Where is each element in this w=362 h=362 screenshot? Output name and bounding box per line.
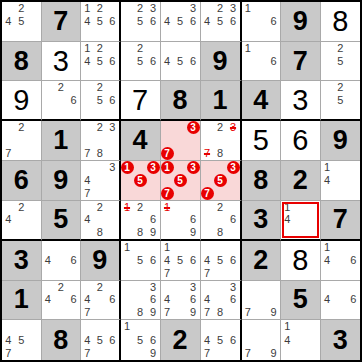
candidate-2: 2 — [15, 121, 28, 134]
candidate-5: 5 — [134, 15, 147, 28]
cell-r3c2[interactable]: 26 — [42, 81, 82, 121]
candidate-7: 7 — [242, 347, 255, 360]
candidate-5: 5 — [134, 55, 147, 68]
candidate-7: 7 — [201, 306, 214, 319]
circled-candidate-3: 3 — [147, 161, 160, 174]
candidate-1: 1 — [281, 320, 294, 333]
cell-r4c1[interactable]: 27 — [2, 121, 42, 161]
cell-r2c2[interactable]: 3 — [42, 42, 82, 82]
given-digit: 7 — [281, 42, 320, 81]
given-digit: 3 — [321, 320, 361, 360]
solved-digit: 5 — [242, 121, 281, 160]
cell-r1c4[interactable]: 2356 — [121, 2, 161, 42]
candidate-6: 6 — [147, 293, 160, 306]
candidate-1: 1 — [121, 241, 134, 254]
cell-r7c8[interactable]: 8 — [281, 241, 321, 281]
candidate-6: 6 — [227, 15, 240, 28]
candidate-2: 2 — [134, 2, 147, 15]
candidate-4: 4 — [81, 214, 94, 227]
cell-r8c3[interactable]: 2467 — [81, 281, 121, 321]
cell-r4c4[interactable]: 4 — [121, 121, 161, 161]
candidate-3: 3 — [187, 2, 200, 15]
given-digit: 9 — [321, 121, 361, 160]
candidate-6: 6 — [106, 293, 119, 306]
candidate-4: 4 — [161, 55, 174, 68]
cell-r1c6[interactable]: 23456 — [201, 2, 242, 42]
cell-r3c1[interactable]: 9 — [2, 81, 42, 121]
candidate-1: 1 — [81, 42, 94, 55]
cell-r2c1[interactable]: 8 — [2, 42, 42, 82]
cell-r7c1[interactable]: 3 — [2, 241, 42, 281]
candidate-9: 9 — [147, 347, 160, 360]
given-digit: 1 — [201, 81, 240, 119]
candidate-8: 8 — [134, 226, 147, 239]
cell-r2c6[interactable]: 9 — [201, 42, 242, 82]
circled-candidate-5: 5 — [174, 174, 187, 187]
candidate-4: 4 — [321, 254, 334, 267]
candidate-6: 6 — [106, 15, 119, 28]
candidate-3: 3 — [147, 2, 160, 15]
candidate-4: 4 — [81, 334, 94, 347]
candidate-1: 1 — [81, 2, 94, 15]
candidate-2: 2 — [214, 2, 227, 15]
candidate-5: 5 — [174, 254, 187, 267]
candidate-6: 6 — [67, 254, 80, 267]
cell-r6c2[interactable]: 5 — [42, 201, 82, 241]
cell-r4c7[interactable]: 5 — [242, 121, 282, 161]
candidate-4: 4 — [81, 15, 94, 28]
cell-r1c5[interactable]: 3456 — [161, 2, 201, 42]
cell-r5c3[interactable]: 347 — [81, 161, 121, 201]
given-digit: 8 — [161, 81, 200, 119]
cell-r6c4[interactable]: 12689 — [121, 201, 161, 241]
candidate-4: 4 — [2, 15, 15, 28]
given-digit: 5 — [42, 201, 81, 239]
cell-r4c8[interactable]: 6 — [281, 121, 321, 161]
cell-r9c7[interactable]: 79 — [242, 320, 282, 360]
candidate-2: 2 — [334, 42, 347, 55]
candidate-5: 5 — [94, 15, 107, 28]
eliminated-candidate-3: 3 — [227, 121, 240, 134]
given-digit: 4 — [242, 81, 281, 119]
candidate-5: 5 — [334, 94, 347, 107]
solved-digit: 6 — [281, 121, 320, 160]
candidate-3: 3 — [227, 2, 240, 15]
candidate-1: 1 — [121, 320, 134, 333]
cell-r3c3[interactable]: 256 — [81, 81, 121, 121]
candidate-6: 6 — [147, 15, 160, 28]
candidate-6: 6 — [106, 334, 119, 347]
cell-r9c9[interactable]: 3 — [321, 320, 361, 360]
candidate-5: 5 — [174, 55, 187, 68]
given-digit: 9 — [281, 2, 320, 41]
candidate-2: 2 — [134, 201, 147, 214]
candidate-5: 5 — [94, 55, 107, 68]
candidate-6: 6 — [67, 293, 80, 306]
eliminated-candidate-1: 1 — [121, 201, 134, 214]
candidate-7: 7 — [81, 187, 94, 200]
cell-r4c5[interactable]: 37 — [161, 121, 201, 161]
candidate-6: 6 — [187, 254, 200, 267]
candidate-6: 6 — [187, 55, 200, 68]
cell-r3c8[interactable]: 3 — [281, 81, 321, 121]
cell-r6c3[interactable]: 248 — [81, 201, 121, 241]
cell-r8c2[interactable]: 246 — [42, 281, 82, 321]
given-digit: 2 — [281, 161, 320, 200]
candidate-4: 4 — [81, 55, 94, 68]
cell-r1c7[interactable]: 16 — [242, 2, 282, 42]
circled-candidate-5: 5 — [134, 174, 147, 187]
given-digit: 2 — [242, 241, 281, 280]
circled-candidate-3: 3 — [187, 161, 200, 174]
candidate-4: 4 — [161, 254, 174, 267]
candidate-1: 1 — [242, 2, 255, 15]
circled-candidate-1: 1 — [121, 161, 134, 174]
candidate-9: 9 — [267, 306, 280, 319]
candidate-7: 7 — [161, 267, 174, 280]
candidate-2: 2 — [94, 121, 107, 134]
solved-digit: 3 — [42, 42, 81, 81]
candidate-2: 2 — [54, 81, 67, 94]
candidate-7: 7 — [201, 267, 214, 280]
candidate-4: 4 — [321, 293, 334, 306]
cell-r1c1[interactable]: 245 — [2, 2, 42, 42]
candidate-6: 6 — [147, 214, 160, 227]
circled-candidate-1: 1 — [161, 161, 174, 174]
cell-r3c9[interactable]: 25 — [321, 81, 361, 121]
given-digit: 9 — [81, 241, 119, 280]
cell-r6c8[interactable]: 14 — [281, 201, 321, 241]
candidate-6: 6 — [187, 214, 200, 227]
candidate-4: 4 — [2, 334, 15, 347]
candidate-1: 1 — [242, 42, 255, 55]
cell-r8c1[interactable]: 1 — [2, 281, 42, 321]
cell-r5c9[interactable]: 14 — [321, 161, 361, 201]
given-digit: 6 — [2, 161, 41, 200]
given-digit: 2 — [161, 320, 200, 360]
cell-r2c4[interactable]: 256 — [121, 42, 161, 82]
cell-r6c5[interactable]: 169 — [161, 201, 201, 241]
candidate-8: 8 — [214, 306, 227, 319]
cell-r1c3[interactable]: 12456 — [81, 2, 121, 42]
candidate-4: 4 — [42, 254, 55, 267]
candidate-4: 4 — [281, 214, 294, 227]
cell-r1c2[interactable]: 7 — [42, 2, 82, 42]
candidate-4: 4 — [201, 15, 214, 28]
cell-r2c8[interactable]: 7 — [281, 42, 321, 82]
candidate-5: 5 — [134, 334, 147, 347]
candidate-6: 6 — [267, 15, 280, 28]
cell-r3c4[interactable]: 7 — [121, 81, 161, 121]
candidate-8: 8 — [94, 226, 107, 239]
candidate-2: 2 — [94, 42, 107, 55]
candidate-8: 8 — [214, 226, 227, 239]
given-digit: 1 — [2, 281, 41, 320]
cell-r8c7[interactable]: 79 — [242, 281, 282, 321]
cell-r3c5[interactable]: 8 — [161, 81, 201, 121]
cell-r3c6[interactable]: 1 — [201, 81, 242, 121]
given-digit: 7 — [321, 201, 361, 239]
candidate-2: 2 — [94, 81, 107, 94]
candidate-1: 1 — [321, 241, 334, 254]
cell-r2c3[interactable]: 12456 — [81, 42, 121, 82]
candidate-4: 4 — [201, 293, 214, 306]
given-digit: 3 — [2, 241, 41, 280]
candidate-2: 2 — [54, 281, 67, 294]
cell-r9c4[interactable]: 1569 — [121, 320, 161, 360]
cell-r7c7[interactable]: 2 — [242, 241, 282, 281]
cell-r2c7[interactable]: 16 — [242, 42, 282, 82]
candidate-7: 7 — [81, 347, 94, 360]
candidate-6: 6 — [67, 94, 80, 107]
candidate-3: 3 — [106, 161, 119, 174]
candidate-9: 9 — [187, 306, 200, 319]
candidate-7: 7 — [2, 147, 15, 160]
given-digit: 7 — [42, 2, 81, 41]
candidate-7: 7 — [242, 306, 255, 319]
cell-r1c8[interactable]: 9 — [281, 2, 321, 42]
cell-r5c7[interactable]: 8 — [242, 161, 282, 201]
candidate-1: 1 — [161, 241, 174, 254]
given-digit: 9 — [42, 161, 81, 200]
cell-r6c1[interactable]: 24 — [2, 201, 42, 241]
candidate-7: 7 — [81, 306, 94, 319]
sudoku-board: 2457124562356345623456169883124562564569… — [0, 0, 362, 362]
cell-r8c8[interactable]: 5 — [281, 281, 321, 321]
given-digit: 3 — [242, 201, 281, 239]
cell-r6c9[interactable]: 7 — [321, 201, 361, 241]
cell-r9c3[interactable]: 4567 — [81, 320, 121, 360]
candidate-4: 4 — [81, 174, 94, 187]
cell-r9c8[interactable]: 14 — [281, 320, 321, 360]
cell-r2c5[interactable]: 456 — [161, 42, 201, 82]
cell-r6c6[interactable]: 268 — [201, 201, 242, 241]
cell-r3c7[interactable]: 4 — [242, 81, 282, 121]
cell-r7c3[interactable]: 9 — [81, 241, 121, 281]
candidate-9: 9 — [187, 226, 200, 239]
solved-digit: 9 — [2, 81, 41, 119]
candidate-3: 3 — [147, 281, 160, 294]
cell-r7c4[interactable]: 156 — [121, 241, 161, 281]
cell-r5c4[interactable]: 135 — [121, 161, 161, 201]
candidate-8: 8 — [214, 147, 227, 160]
candidate-5: 5 — [15, 15, 28, 28]
eliminated-candidate-7: 7 — [201, 147, 214, 160]
solved-digit: 7 — [121, 81, 160, 119]
cell-r5c1[interactable]: 6 — [2, 161, 42, 201]
given-digit: 9 — [201, 42, 240, 81]
candidate-4: 4 — [321, 174, 334, 187]
candidate-6: 6 — [227, 214, 240, 227]
candidate-4: 4 — [161, 293, 174, 306]
candidate-7: 7 — [2, 347, 15, 360]
solved-digit: 3 — [281, 81, 320, 119]
candidate-9: 9 — [147, 226, 160, 239]
given-digit: 4 — [121, 121, 160, 160]
candidate-2: 2 — [94, 201, 107, 214]
candidate-5: 5 — [214, 15, 227, 28]
candidate-4: 4 — [201, 254, 214, 267]
cell-r8c4[interactable]: 3689 — [121, 281, 161, 321]
candidate-5: 5 — [94, 334, 107, 347]
candidate-7: 7 — [81, 147, 94, 160]
candidate-7: 7 — [161, 306, 174, 319]
candidate-1: 1 — [321, 161, 334, 174]
eliminated-candidate-1: 1 — [161, 201, 174, 214]
given-digit: 5 — [281, 281, 320, 320]
candidate-7: 7 — [201, 347, 214, 360]
candidate-6: 6 — [187, 15, 200, 28]
cell-r5c6[interactable]: 357 — [201, 161, 242, 201]
circled-candidate-7: 7 — [201, 187, 214, 200]
candidate-1: 1 — [281, 201, 294, 214]
cell-r7c9[interactable]: 146 — [321, 241, 361, 281]
candidate-6: 6 — [106, 94, 119, 107]
cell-r4c9[interactable]: 9 — [321, 121, 361, 161]
candidate-6: 6 — [227, 293, 240, 306]
candidate-4: 4 — [81, 293, 94, 306]
candidate-6: 6 — [147, 334, 160, 347]
candidate-2: 2 — [94, 2, 107, 15]
given-digit: 8 — [2, 42, 41, 81]
cell-r2c9[interactable]: 25 — [321, 42, 361, 82]
cell-r6c7[interactable]: 3 — [242, 201, 282, 241]
cell-r8c9[interactable]: 46 — [321, 281, 361, 321]
candidate-2: 2 — [94, 281, 107, 294]
candidate-4: 4 — [2, 214, 15, 227]
candidate-4: 4 — [42, 293, 55, 306]
candidate-5: 5 — [214, 334, 227, 347]
candidate-6: 6 — [227, 334, 240, 347]
candidate-4: 4 — [201, 334, 214, 347]
cell-r7c5[interactable]: 14567 — [161, 241, 201, 281]
cell-r9c6[interactable]: 4567 — [201, 320, 242, 360]
candidate-6: 6 — [267, 55, 280, 68]
circled-candidate-3: 3 — [227, 161, 240, 174]
cell-r8c5[interactable]: 34679 — [161, 281, 201, 321]
candidate-4: 4 — [161, 15, 174, 28]
candidate-2: 2 — [214, 201, 227, 214]
candidate-2: 2 — [15, 201, 28, 214]
candidate-9: 9 — [147, 306, 160, 319]
circled-candidate-7: 7 — [161, 187, 174, 200]
solved-digit: 8 — [321, 2, 361, 41]
candidate-2: 2 — [334, 81, 347, 94]
solved-digit: 8 — [281, 241, 320, 280]
candidate-6: 6 — [227, 254, 240, 267]
cell-r9c2[interactable]: 8 — [42, 320, 82, 360]
candidate-5: 5 — [15, 334, 28, 347]
candidate-5: 5 — [334, 55, 347, 68]
candidate-5: 5 — [174, 15, 187, 28]
candidate-8: 8 — [94, 147, 107, 160]
cell-r1c9[interactable]: 8 — [321, 2, 361, 42]
candidate-6: 6 — [106, 55, 119, 68]
candidate-5: 5 — [134, 254, 147, 267]
given-digit: 8 — [42, 320, 81, 360]
candidate-2: 2 — [214, 121, 227, 134]
candidate-6: 6 — [147, 254, 160, 267]
cell-r9c5[interactable]: 2 — [161, 320, 201, 360]
candidate-4: 4 — [281, 334, 294, 347]
circled-candidate-7: 7 — [161, 147, 174, 160]
given-digit: 8 — [242, 161, 281, 200]
candidate-3: 3 — [187, 281, 200, 294]
circled-candidate-5: 5 — [214, 174, 227, 187]
cell-r4c3[interactable]: 2378 — [81, 121, 121, 161]
candidate-9: 9 — [267, 347, 280, 360]
candidate-5: 5 — [214, 254, 227, 267]
cell-r5c8[interactable]: 2 — [281, 161, 321, 201]
candidate-6: 6 — [347, 254, 360, 267]
cell-r5c5[interactable]: 1357 — [161, 161, 201, 201]
cell-r5c2[interactable]: 9 — [42, 161, 82, 201]
candidate-5: 5 — [94, 94, 107, 107]
cell-r4c2[interactable]: 1 — [42, 121, 82, 161]
candidate-3: 3 — [227, 281, 240, 294]
candidate-2: 2 — [15, 2, 28, 15]
cell-r7c6[interactable]: 4567 — [201, 241, 242, 281]
cell-r9c1[interactable]: 457 — [2, 320, 42, 360]
circled-candidate-3: 3 — [187, 121, 200, 134]
cell-r7c2[interactable]: 46 — [42, 241, 82, 281]
candidate-6: 6 — [187, 293, 200, 306]
candidate-6: 6 — [347, 293, 360, 306]
cell-r8c6[interactable]: 34678 — [201, 281, 242, 321]
given-digit: 1 — [42, 121, 81, 160]
candidate-6: 6 — [147, 55, 160, 68]
candidate-8: 8 — [134, 306, 147, 319]
cell-r4c6[interactable]: 2378 — [201, 121, 242, 161]
candidate-2: 2 — [134, 42, 147, 55]
candidate-3: 3 — [106, 121, 119, 134]
